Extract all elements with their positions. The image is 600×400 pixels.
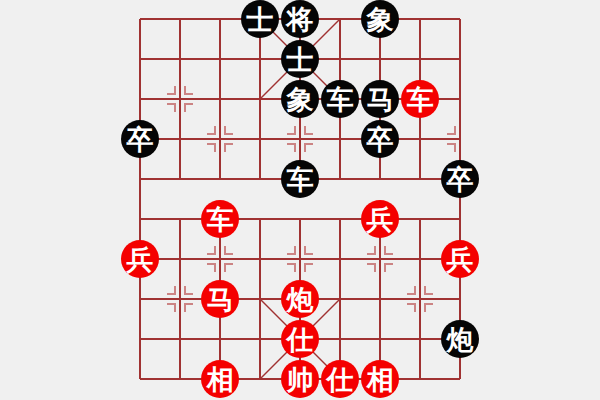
- black-advisor-2[interactable]: 士: [281, 40, 319, 78]
- red-pawn-3[interactable]: 兵: [441, 240, 479, 278]
- black-advisor-1[interactable]: 士: [241, 0, 279, 38]
- red-pawn-1[interactable]: 兵: [361, 200, 399, 238]
- red-pawn-2[interactable]: 兵: [121, 240, 159, 278]
- red-chariot-2[interactable]: 车: [201, 200, 239, 238]
- black-chariot-2[interactable]: 车: [281, 160, 319, 198]
- black-pawn-2[interactable]: 卒: [361, 120, 399, 158]
- xiangqi-piece-grid: 士将象士象车马车卒卒车卒车兵兵兵马炮仕炮相帅仕相: [120, 0, 480, 399]
- black-general[interactable]: 将: [281, 0, 319, 38]
- red-elephant-1[interactable]: 相: [201, 360, 239, 398]
- red-elephant-2[interactable]: 相: [361, 360, 399, 398]
- red-chariot-1[interactable]: 车: [401, 80, 439, 118]
- app-background: 士将象士象车马车卒卒车卒车兵兵兵马炮仕炮相帅仕相: [0, 0, 600, 400]
- black-chariot-1[interactable]: 车: [321, 80, 359, 118]
- black-horse[interactable]: 马: [361, 80, 399, 118]
- black-elephant-2[interactable]: 象: [281, 80, 319, 118]
- red-general[interactable]: 帅: [281, 360, 319, 398]
- red-cannon[interactable]: 炮: [281, 280, 319, 318]
- black-cannon[interactable]: 炮: [441, 320, 479, 358]
- red-advisor-1[interactable]: 仕: [281, 320, 319, 358]
- black-pawn-1[interactable]: 卒: [121, 120, 159, 158]
- red-advisor-2[interactable]: 仕: [321, 360, 359, 398]
- black-pawn-3[interactable]: 卒: [441, 160, 479, 198]
- red-horse[interactable]: 马: [201, 280, 239, 318]
- black-elephant-1[interactable]: 象: [361, 0, 399, 38]
